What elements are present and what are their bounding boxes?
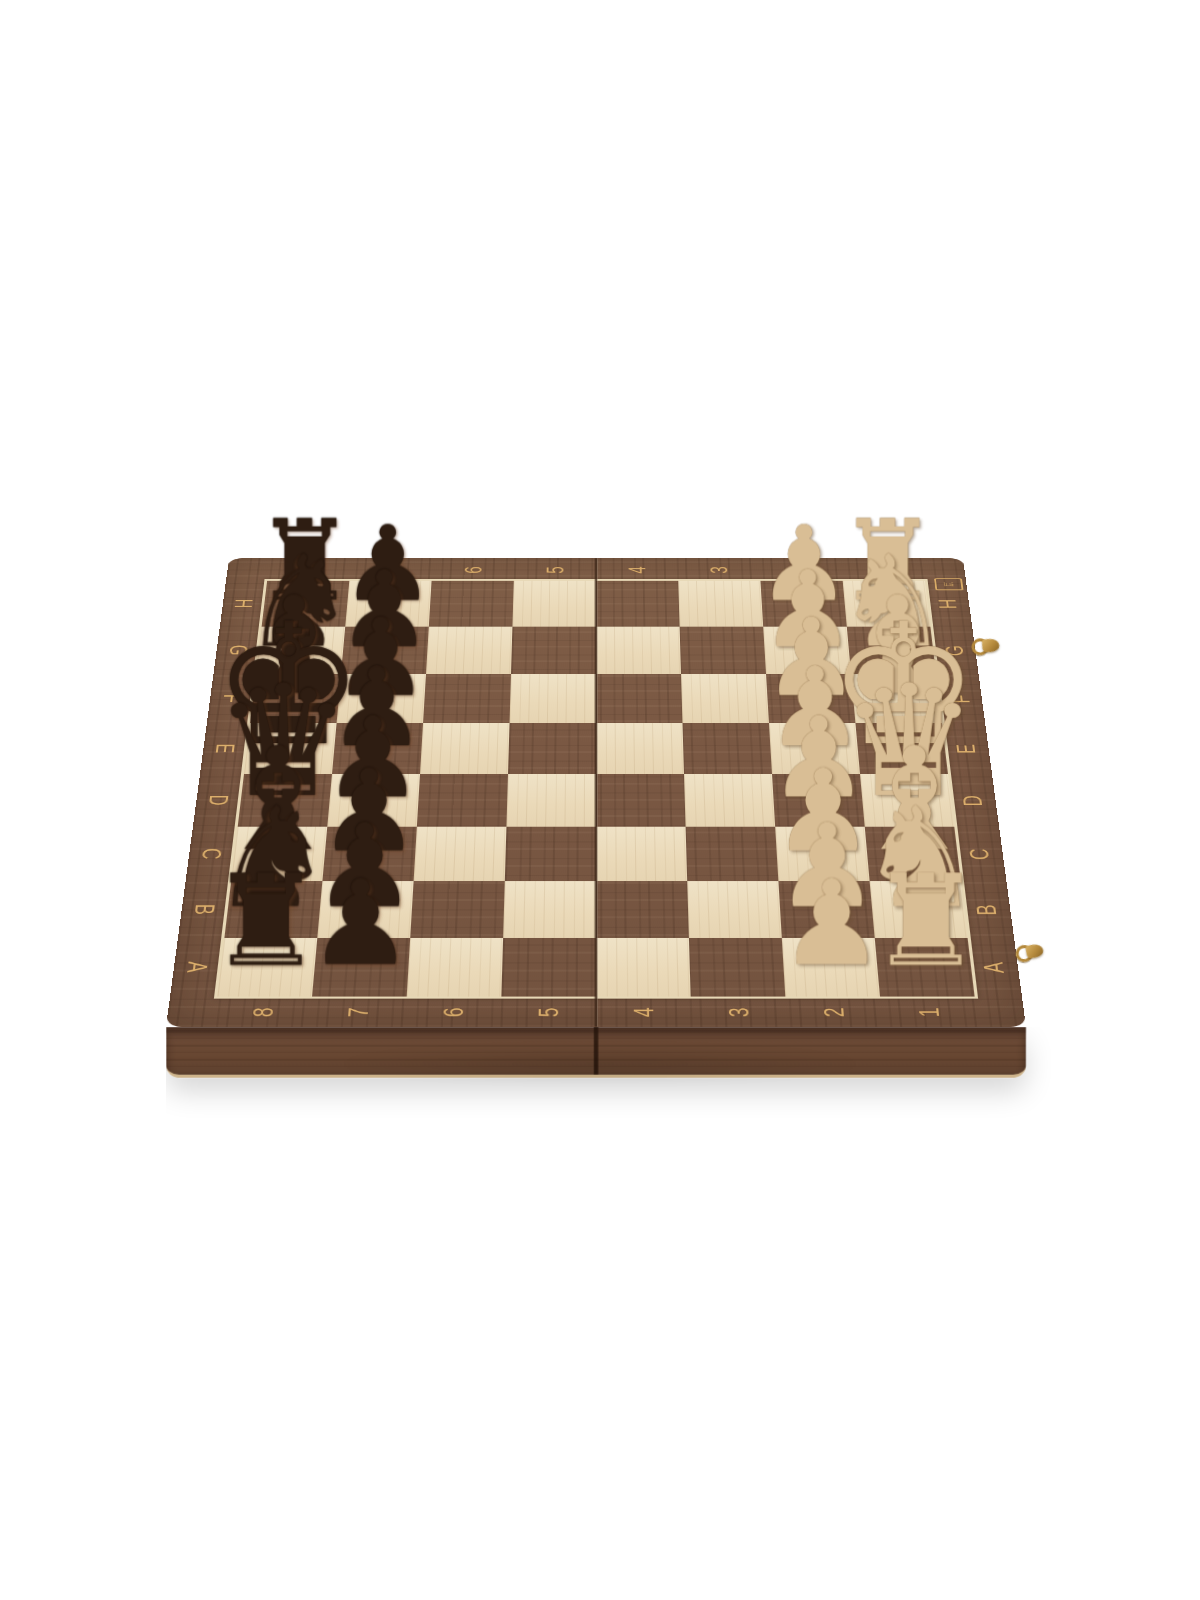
coord-bottom-3: 3 — [691, 997, 787, 1027]
piece-white-rook-a1: ♜ — [875, 938, 975, 997]
square-a4 — [596, 938, 691, 997]
chess-board: ♖ HGFEDCBAHGFEDCBA8765432187654321♜♟♟♜♞♟… — [166, 558, 1026, 1026]
square-c4 — [596, 827, 687, 882]
square-g5 — [511, 627, 596, 674]
coord-bottom-6: 6 — [405, 997, 501, 1027]
black-rook-icon: ♜ — [127, 857, 406, 983]
coord-bottom-5: 5 — [500, 997, 596, 1027]
square-b4 — [596, 881, 689, 938]
square-c5 — [505, 827, 596, 882]
square-g4 — [596, 627, 681, 674]
clasp-hook — [1025, 943, 1044, 959]
coord-top-4: 4 — [596, 558, 678, 580]
coord-bottom-8: 8 — [214, 997, 312, 1027]
coord-bottom-1: 1 — [880, 997, 978, 1027]
coord-bottom-4: 4 — [596, 997, 692, 1027]
square-e5 — [508, 723, 596, 774]
white-rook-icon: ♜ — [787, 857, 1066, 983]
brass-clasp-icon — [1015, 940, 1047, 964]
square-b5 — [503, 881, 596, 938]
clasp-hook — [982, 638, 1000, 652]
square-f4 — [596, 674, 682, 723]
product-photo: ♖ HGFEDCBAHGFEDCBA8765432187654321♜♟♟♜♞♟… — [0, 0, 1200, 1600]
coord-bottom-2: 2 — [785, 997, 882, 1027]
coord-bottom-7: 7 — [309, 997, 406, 1027]
fold-seam — [594, 558, 598, 1026]
square-h5 — [512, 581, 596, 627]
piece-black-rook-a8: ♜ — [217, 938, 317, 997]
square-a5 — [501, 938, 596, 997]
square-d5 — [506, 774, 596, 827]
coord-top-5: 5 — [514, 558, 596, 580]
square-d4 — [596, 774, 686, 827]
square-f5 — [510, 674, 596, 723]
square-e4 — [596, 723, 684, 774]
square-h4 — [596, 581, 680, 627]
ground-shadow — [230, 1038, 970, 1090]
